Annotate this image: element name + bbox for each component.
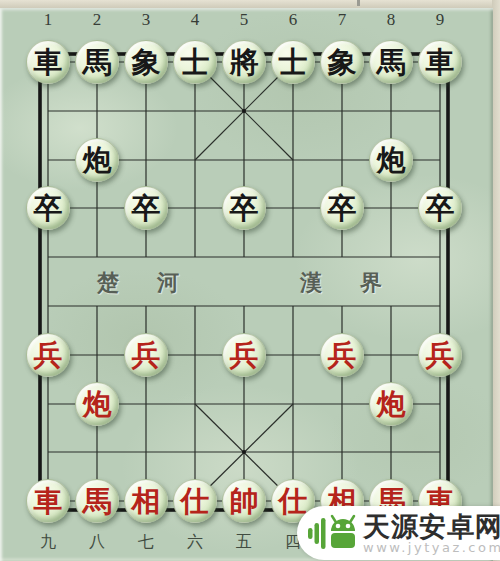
black-piece-車[interactable]: 車 [418,40,462,84]
red-piece-馬[interactable]: 馬 [75,479,119,523]
file-label-top-8: 8 [387,10,396,30]
window-divider-tick [357,0,360,6]
window-right-strip [492,0,500,561]
red-piece-兵[interactable]: 兵 [418,333,462,377]
red-piece-兵[interactable]: 兵 [26,333,70,377]
black-piece-象[interactable]: 象 [320,40,364,84]
file-label-bottom-5: 五 [236,532,252,553]
black-piece-卒[interactable]: 卒 [418,186,462,230]
piece-glyph: 仕 [181,487,210,516]
watermark-site-name: 天源安卓网 [363,513,500,540]
red-piece-相[interactable]: 相 [124,479,168,523]
piece-glyph: 卒 [426,194,455,223]
black-piece-馬[interactable]: 馬 [369,40,413,84]
file-label-top-5: 5 [240,10,249,30]
piece-glyph: 車 [34,487,63,516]
black-piece-車[interactable]: 車 [26,40,70,84]
piece-glyph: 炮 [83,390,112,419]
piece-glyph: 士 [181,48,210,77]
android-robot-icon [307,512,357,554]
piece-glyph: 卒 [34,194,63,223]
black-piece-卒[interactable]: 卒 [26,186,70,230]
red-piece-兵[interactable]: 兵 [124,333,168,377]
file-label-top-1: 1 [44,10,53,30]
black-piece-卒[interactable]: 卒 [320,186,364,230]
watermark-url: www.jytyaz.com [363,541,500,554]
red-piece-仕[interactable]: 仕 [173,479,217,523]
file-label-top-2: 2 [93,10,102,30]
piece-glyph: 士 [279,48,308,77]
file-label-top-9: 9 [436,10,445,30]
red-piece-車[interactable]: 車 [26,479,70,523]
file-label-bottom-1: 九 [40,532,56,553]
file-label-bottom-2: 八 [89,532,105,553]
file-label-top-7: 7 [338,10,347,30]
black-piece-炮[interactable]: 炮 [75,138,119,182]
file-label-top-3: 3 [142,10,151,30]
piece-glyph: 炮 [377,390,406,419]
file-label-bottom-4: 六 [187,532,203,553]
piece-glyph: 車 [34,48,63,77]
piece-glyph: 車 [426,48,455,77]
red-piece-帥[interactable]: 帥 [222,479,266,523]
black-piece-炮[interactable]: 炮 [369,138,413,182]
black-piece-卒[interactable]: 卒 [124,186,168,230]
black-piece-士[interactable]: 士 [173,40,217,84]
piece-glyph: 卒 [132,194,161,223]
piece-glyph: 兵 [34,341,63,370]
xiangqi-board[interactable]: 123456789 九八七六五四三二一 楚河 漢界 車馬象士將士象馬車炮炮卒卒卒… [0,8,493,561]
piece-glyph: 將 [230,48,259,77]
piece-glyph: 象 [132,48,161,77]
black-piece-士[interactable]: 士 [271,40,315,84]
piece-glyph: 卒 [230,194,259,223]
piece-glyph: 仕 [279,487,308,516]
red-piece-炮[interactable]: 炮 [75,382,119,426]
file-label-top-6: 6 [289,10,298,30]
red-piece-炮[interactable]: 炮 [369,382,413,426]
file-label-bottom-3: 七 [138,532,154,553]
river-label-left: 楚河 [97,268,217,298]
river-label-right: 漢界 [300,268,420,298]
black-piece-卒[interactable]: 卒 [222,186,266,230]
piece-glyph: 帥 [230,487,259,516]
piece-glyph: 兵 [132,341,161,370]
black-piece-馬[interactable]: 馬 [75,40,119,84]
piece-glyph: 炮 [377,146,406,175]
red-piece-兵[interactable]: 兵 [320,333,364,377]
piece-glyph: 相 [132,487,161,516]
file-label-top-4: 4 [191,10,200,30]
piece-glyph: 炮 [83,146,112,175]
black-piece-象[interactable]: 象 [124,40,168,84]
piece-glyph: 象 [328,48,357,77]
piece-glyph: 兵 [328,341,357,370]
black-piece-將[interactable]: 將 [222,40,266,84]
piece-glyph: 卒 [328,194,357,223]
piece-glyph: 馬 [83,48,112,77]
piece-glyph: 兵 [230,341,259,370]
piece-glyph: 兵 [426,341,455,370]
red-piece-兵[interactable]: 兵 [222,333,266,377]
watermark-banner: 天源安卓网 www.jytyaz.com [297,506,500,560]
piece-glyph: 馬 [83,487,112,516]
piece-glyph: 馬 [377,48,406,77]
xiangqi-app-screen: 123456789 九八七六五四三二一 楚河 漢界 車馬象士將士象馬車炮炮卒卒卒… [0,0,500,561]
